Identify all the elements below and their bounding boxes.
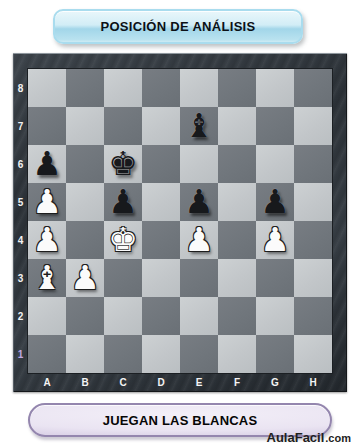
black-king-c6: ♚: [104, 145, 142, 183]
file-label-a: A: [28, 373, 66, 392]
square-a8: [28, 69, 66, 107]
black-pawn-e5: ♟: [180, 183, 218, 221]
white-pawn-e4: ♟: [180, 221, 218, 259]
rank-label-6: 6: [13, 145, 28, 183]
square-b3: ♟: [66, 259, 104, 297]
square-b1: [66, 335, 104, 373]
watermark: AulaFacil .com: [267, 430, 351, 445]
square-d6: [142, 145, 180, 183]
square-g1: [256, 335, 294, 373]
square-f8: [218, 69, 256, 107]
chess-board-frame: 87654321 ♝♟♚♟♟♟♟♟♚♟♟♝♟ ABCDEFGH: [13, 53, 347, 392]
chess-board: ♝♟♚♟♟♟♟♟♚♟♟♝♟: [28, 69, 332, 373]
square-f7: [218, 107, 256, 145]
page: POSICIÓN DE ANÁLISIS 87654321 ♝♟♚♟♟♟♟♟♚♟…: [0, 0, 355, 447]
white-pawn-b3: ♟: [66, 259, 104, 297]
rank-label-5: 5: [13, 183, 28, 221]
turn-banner-label: JUEGAN LAS BLANCAS: [103, 413, 258, 428]
square-f3: [218, 259, 256, 297]
square-d3: [142, 259, 180, 297]
brand-domain: .com: [325, 432, 351, 444]
square-e1: [180, 335, 218, 373]
square-h1: [294, 335, 332, 373]
square-a7: [28, 107, 66, 145]
rank-label-3: 3: [13, 259, 28, 297]
square-f5: [218, 183, 256, 221]
white-pawn-g4: ♟: [256, 221, 294, 259]
square-a3: ♝: [28, 259, 66, 297]
square-c4: ♚: [104, 221, 142, 259]
black-pawn-a6: ♟: [28, 145, 66, 183]
brand-name: AulaFacil: [267, 430, 325, 445]
square-e8: [180, 69, 218, 107]
square-a1: [28, 335, 66, 373]
square-b5: [66, 183, 104, 221]
square-f2: [218, 297, 256, 335]
square-e6: [180, 145, 218, 183]
square-d2: [142, 297, 180, 335]
square-f4: [218, 221, 256, 259]
square-g4: ♟: [256, 221, 294, 259]
black-bishop-e7: ♝: [180, 107, 218, 145]
square-b7: [66, 107, 104, 145]
square-h2: [294, 297, 332, 335]
square-a2: [28, 297, 66, 335]
square-d5: [142, 183, 180, 221]
black-pawn-g5: ♟: [256, 183, 294, 221]
square-b8: [66, 69, 104, 107]
square-b6: [66, 145, 104, 183]
file-label-f: F: [218, 373, 256, 392]
file-label-c: C: [104, 373, 142, 392]
square-c8: [104, 69, 142, 107]
square-e5: ♟: [180, 183, 218, 221]
square-b4: [66, 221, 104, 259]
rank-label-7: 7: [13, 107, 28, 145]
square-h6: [294, 145, 332, 183]
title-banner-label: POSICIÓN DE ANÁLISIS: [100, 19, 255, 34]
square-c1: [104, 335, 142, 373]
square-e7: ♝: [180, 107, 218, 145]
square-h7: [294, 107, 332, 145]
title-banner: POSICIÓN DE ANÁLISIS: [53, 9, 303, 44]
square-d8: [142, 69, 180, 107]
square-h4: [294, 221, 332, 259]
rank-label-1: 1: [13, 335, 28, 373]
file-label-b: B: [66, 373, 104, 392]
rank-labels: 87654321: [13, 69, 28, 373]
square-c3: [104, 259, 142, 297]
square-e3: [180, 259, 218, 297]
square-g3: [256, 259, 294, 297]
square-c6: ♚: [104, 145, 142, 183]
square-c2: [104, 297, 142, 335]
square-e4: ♟: [180, 221, 218, 259]
rank-label-8: 8: [13, 69, 28, 107]
square-h8: [294, 69, 332, 107]
square-g6: [256, 145, 294, 183]
square-g5: ♟: [256, 183, 294, 221]
black-pawn-c5: ♟: [104, 183, 142, 221]
file-labels: ABCDEFGH: [28, 373, 332, 392]
square-d7: [142, 107, 180, 145]
square-e2: [180, 297, 218, 335]
file-label-d: D: [142, 373, 180, 392]
rank-label-2: 2: [13, 297, 28, 335]
square-f1: [218, 335, 256, 373]
square-a5: ♟: [28, 183, 66, 221]
square-f6: [218, 145, 256, 183]
square-h3: [294, 259, 332, 297]
white-king-c4: ♚: [104, 221, 142, 259]
square-d4: [142, 221, 180, 259]
square-g8: [256, 69, 294, 107]
file-label-g: G: [256, 373, 294, 392]
square-a4: ♟: [28, 221, 66, 259]
file-label-h: H: [294, 373, 332, 392]
square-d1: [142, 335, 180, 373]
file-label-e: E: [180, 373, 218, 392]
white-pawn-a4: ♟: [28, 221, 66, 259]
square-g7: [256, 107, 294, 145]
white-bishop-a3: ♝: [28, 259, 66, 297]
square-g2: [256, 297, 294, 335]
rank-label-4: 4: [13, 221, 28, 259]
square-h5: [294, 183, 332, 221]
white-pawn-a5: ♟: [28, 183, 66, 221]
square-c5: ♟: [104, 183, 142, 221]
square-b2: [66, 297, 104, 335]
square-a6: ♟: [28, 145, 66, 183]
square-c7: [104, 107, 142, 145]
